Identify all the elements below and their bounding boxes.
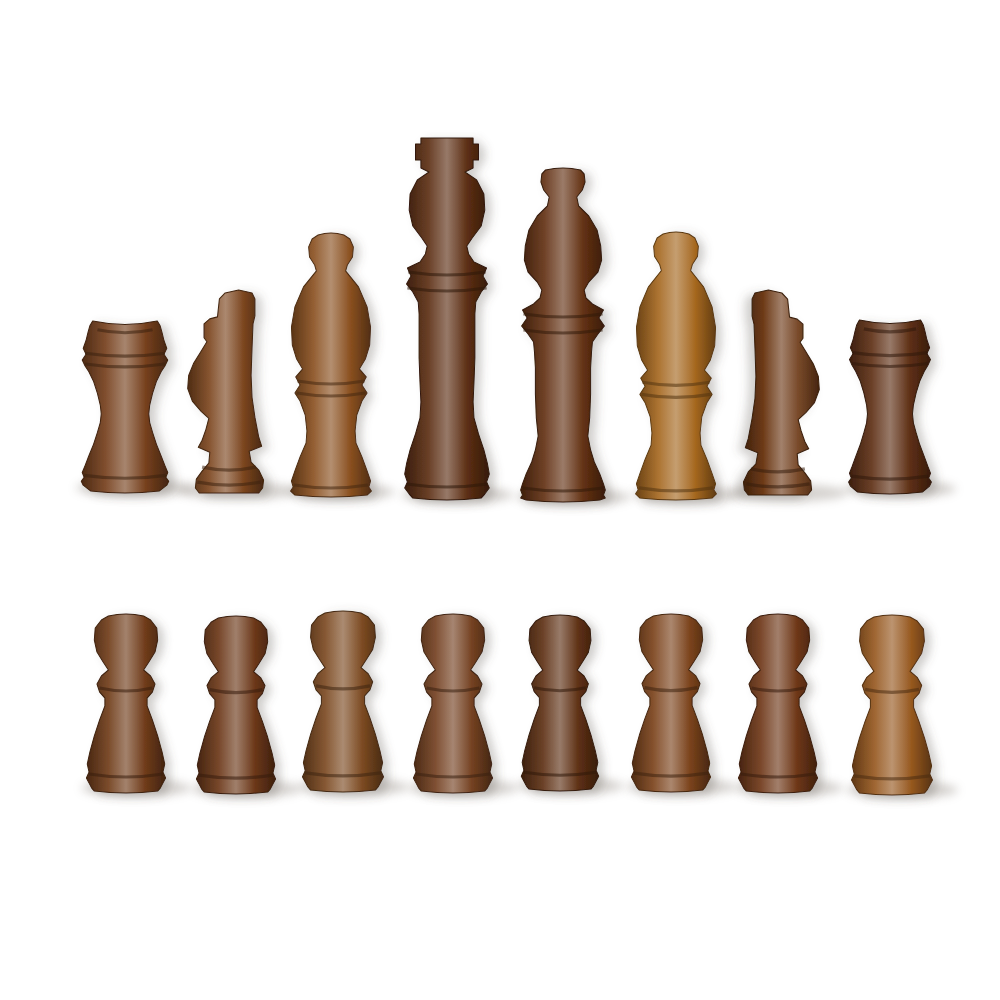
product-photo-canvas <box>0 0 1000 1000</box>
chess-pieces-photo <box>0 0 1000 1000</box>
